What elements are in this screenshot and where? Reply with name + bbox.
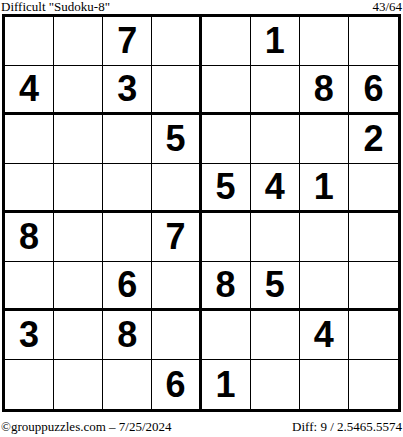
cell-r6c4[interactable]	[152, 262, 201, 311]
cell-r1c4[interactable]	[152, 17, 201, 66]
cell-r8c4[interactable]: 6	[152, 360, 201, 409]
footer-copyright: ©grouppuzzles.com – 7/25/2024	[1, 420, 172, 434]
sudoku-board: 714386525418768538461	[2, 14, 401, 412]
cell-r3c2[interactable]	[54, 115, 103, 164]
cell-r8c2[interactable]	[54, 360, 103, 409]
cell-r1c6[interactable]: 1	[251, 17, 300, 66]
cell-r7c3[interactable]: 8	[103, 311, 152, 360]
cell-r2c5[interactable]	[202, 66, 251, 115]
cell-r2c8[interactable]: 6	[349, 66, 398, 115]
page: Difficult "Sudoku-8" 43/64 7143865254187…	[0, 0, 403, 437]
cell-r7c6[interactable]	[251, 311, 300, 360]
cell-r8c1[interactable]	[5, 360, 54, 409]
cell-r3c5[interactable]	[202, 115, 251, 164]
cell-r1c7[interactable]	[300, 17, 349, 66]
cell-r7c2[interactable]	[54, 311, 103, 360]
puzzle-title: Difficult "Sudoku-8"	[1, 0, 110, 13]
cell-r8c7[interactable]	[300, 360, 349, 409]
cell-r6c7[interactable]	[300, 262, 349, 311]
cell-r6c6[interactable]: 5	[251, 262, 300, 311]
cell-r5c4[interactable]: 7	[152, 213, 201, 262]
cell-r5c2[interactable]	[54, 213, 103, 262]
cell-r2c2[interactable]	[54, 66, 103, 115]
cell-r4c3[interactable]	[103, 164, 152, 213]
cell-r3c7[interactable]	[300, 115, 349, 164]
cell-r2c6[interactable]	[251, 66, 300, 115]
cell-r2c3[interactable]: 3	[103, 66, 152, 115]
cell-r7c1[interactable]: 3	[5, 311, 54, 360]
cell-r3c3[interactable]	[103, 115, 152, 164]
cell-r5c7[interactable]	[300, 213, 349, 262]
cell-r3c6[interactable]	[251, 115, 300, 164]
cell-r7c7[interactable]: 4	[300, 311, 349, 360]
cell-r6c2[interactable]	[54, 262, 103, 311]
cell-r4c2[interactable]	[54, 164, 103, 213]
cell-r3c8[interactable]: 2	[349, 115, 398, 164]
cell-r3c4[interactable]: 5	[152, 115, 201, 164]
cell-r6c8[interactable]	[349, 262, 398, 311]
cell-r6c1[interactable]	[5, 262, 54, 311]
cell-r4c6[interactable]: 4	[251, 164, 300, 213]
footer: ©grouppuzzles.com – 7/25/2024 Diff: 9 / …	[0, 412, 403, 434]
cell-r2c1[interactable]: 4	[5, 66, 54, 115]
cell-r8c6[interactable]	[251, 360, 300, 409]
cell-r2c7[interactable]: 8	[300, 66, 349, 115]
cell-r5c8[interactable]	[349, 213, 398, 262]
cell-r1c2[interactable]	[54, 17, 103, 66]
cell-r8c5[interactable]: 1	[202, 360, 251, 409]
cell-r1c3[interactable]: 7	[103, 17, 152, 66]
cell-r4c4[interactable]	[152, 164, 201, 213]
cell-r6c5[interactable]: 8	[202, 262, 251, 311]
cell-r4c8[interactable]	[349, 164, 398, 213]
cell-r8c8[interactable]	[349, 360, 398, 409]
cell-r5c5[interactable]	[202, 213, 251, 262]
cell-r1c5[interactable]	[202, 17, 251, 66]
cell-r7c4[interactable]	[152, 311, 201, 360]
cell-r8c3[interactable]	[103, 360, 152, 409]
difficulty-text: Diff: 9 / 2.5465.5574	[292, 420, 402, 434]
cell-r7c5[interactable]	[202, 311, 251, 360]
cell-r7c8[interactable]	[349, 311, 398, 360]
cell-r5c3[interactable]	[103, 213, 152, 262]
header: Difficult "Sudoku-8" 43/64	[0, 0, 403, 14]
cell-r1c1[interactable]	[5, 17, 54, 66]
cell-r3c1[interactable]	[5, 115, 54, 164]
cell-r5c6[interactable]	[251, 213, 300, 262]
cell-r2c4[interactable]	[152, 66, 201, 115]
cell-r4c1[interactable]	[5, 164, 54, 213]
cell-r4c5[interactable]: 5	[202, 164, 251, 213]
cell-r4c7[interactable]: 1	[300, 164, 349, 213]
puzzle-counter: 43/64	[372, 0, 402, 13]
cell-r6c3[interactable]: 6	[103, 262, 152, 311]
cell-r5c1[interactable]: 8	[5, 213, 54, 262]
cell-r1c8[interactable]	[349, 17, 398, 66]
